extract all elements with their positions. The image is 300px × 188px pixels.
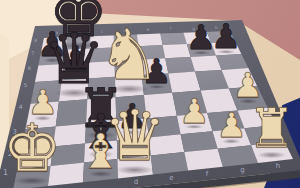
black-pawn-h7[interactable]: ♟ — [211, 19, 241, 53]
file-label-h: h — [276, 162, 280, 170]
white-pawn-f3[interactable]: ♟ — [179, 94, 209, 128]
white-king-a1[interactable]: ♚ — [3, 116, 62, 182]
rank-label-7: 7 — [31, 50, 34, 55]
chess-app-window: 12345678defghabcdefgh♚♟♟♟♟♛♟♞♟♟♜♟♟♝♟♚♝♛♜ — [0, 0, 300, 188]
far-file-label-f: f — [170, 26, 171, 31]
rank-label-4: 4 — [19, 103, 23, 110]
white-rook-h1[interactable]: ♜ — [247, 102, 295, 156]
file-label-f: f — [206, 170, 208, 178]
white-queen-d1[interactable]: ♛ — [103, 101, 166, 171]
file-label-g: g — [240, 166, 244, 174]
rank-label-6: 6 — [28, 65, 31, 71]
white-pawn-g2[interactable]: ♟ — [216, 108, 246, 142]
pieces-layer: 12345678defghabcdefgh♚♟♟♟♟♛♟♞♟♟♜♟♟♝♟♚♝♛♜ — [0, 0, 300, 188]
file-label-d: d — [134, 178, 138, 186]
file-label-e: e — [169, 174, 173, 182]
